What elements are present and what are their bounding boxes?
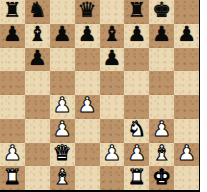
white-bishop-piece: ♝ — [152, 143, 171, 164]
square-e3[interactable] — [100, 119, 125, 143]
square-a7[interactable]: ♟ — [0, 24, 25, 48]
square-e2[interactable]: ♟ — [100, 143, 125, 167]
square-h6[interactable] — [174, 48, 199, 72]
white-pawn-piece: ♟ — [3, 143, 22, 164]
black-pawn-piece: ♟ — [28, 48, 47, 69]
black-pawn-piece: ♟ — [177, 24, 196, 45]
square-g8[interactable]: ♚ — [149, 0, 174, 24]
square-d7[interactable]: ♟ — [75, 24, 100, 48]
square-g3[interactable]: ♟ — [149, 119, 174, 143]
square-d2[interactable] — [75, 143, 100, 167]
black-pawn-piece: ♟ — [78, 24, 97, 45]
square-g7[interactable]: ♟ — [149, 24, 174, 48]
square-f3[interactable]: ♞ — [124, 119, 149, 143]
square-e6[interactable]: ♟ — [100, 48, 125, 72]
square-a1[interactable]: ♜ — [0, 166, 25, 190]
square-c3[interactable]: ♟ — [50, 119, 75, 143]
square-b8[interactable]: ♞ — [25, 0, 50, 24]
white-rook-piece: ♜ — [3, 167, 22, 188]
square-e5[interactable] — [100, 71, 125, 95]
square-h2[interactable]: ♟ — [174, 143, 199, 167]
square-f7[interactable]: ♟ — [124, 24, 149, 48]
square-a3[interactable] — [0, 119, 25, 143]
white-pawn-piece: ♟ — [127, 143, 146, 164]
square-h5[interactable] — [174, 71, 199, 95]
square-e4[interactable] — [100, 95, 125, 119]
black-pawn-piece: ♟ — [53, 24, 72, 45]
square-a4[interactable] — [0, 95, 25, 119]
white-bishop-piece: ♝ — [53, 167, 72, 188]
black-pawn-piece: ♟ — [127, 24, 146, 45]
square-c6[interactable] — [50, 48, 75, 72]
square-e7[interactable]: ♝ — [100, 24, 125, 48]
chess-board: ♜♞♛♜♚♟♝♟♟♝♟♟♟♟♟♟♟♟♞♟♟♛♟♟♝♟♜♝♜♚ — [0, 0, 200, 192]
square-f5[interactable] — [124, 71, 149, 95]
square-b5[interactable] — [25, 71, 50, 95]
square-f6[interactable] — [124, 48, 149, 72]
white-pawn-piece: ♟ — [177, 143, 196, 164]
white-king-piece: ♚ — [152, 167, 171, 188]
square-d5[interactable] — [75, 71, 100, 95]
square-g5[interactable] — [149, 71, 174, 95]
square-f4[interactable] — [124, 95, 149, 119]
chess-app-window: ♜♞♛♜♚♟♝♟♟♝♟♟♟♟♟♟♟♟♞♟♟♛♟♟♝♟♜♝♜♚ — [0, 0, 207, 192]
white-rook-piece: ♜ — [127, 167, 146, 188]
square-d6[interactable] — [75, 48, 100, 72]
square-d3[interactable] — [75, 119, 100, 143]
square-c4[interactable]: ♟ — [50, 95, 75, 119]
square-b4[interactable] — [25, 95, 50, 119]
square-a6[interactable] — [0, 48, 25, 72]
square-f8[interactable]: ♜ — [124, 0, 149, 24]
square-a2[interactable]: ♟ — [0, 143, 25, 167]
square-f1[interactable]: ♜ — [124, 166, 149, 190]
black-rook-piece: ♜ — [127, 0, 146, 21]
square-c1[interactable]: ♝ — [50, 166, 75, 190]
white-pawn-piece: ♟ — [103, 143, 122, 164]
white-pawn-piece: ♟ — [78, 95, 97, 116]
square-d8[interactable]: ♛ — [75, 0, 100, 24]
black-bishop-piece: ♝ — [103, 24, 122, 45]
black-pawn-piece: ♟ — [152, 24, 171, 45]
black-pawn-piece: ♟ — [3, 24, 22, 45]
square-h7[interactable]: ♟ — [174, 24, 199, 48]
square-b2[interactable] — [25, 143, 50, 167]
square-b3[interactable] — [25, 119, 50, 143]
white-queen-piece: ♛ — [53, 143, 72, 164]
black-king-piece: ♚ — [152, 0, 171, 21]
square-b1[interactable] — [25, 166, 50, 190]
square-f2[interactable]: ♟ — [124, 143, 149, 167]
square-e8[interactable] — [100, 0, 125, 24]
black-knight-piece: ♞ — [28, 0, 47, 21]
square-e1[interactable] — [100, 166, 125, 190]
square-g4[interactable] — [149, 95, 174, 119]
black-queen-piece: ♛ — [78, 0, 97, 21]
square-b6[interactable]: ♟ — [25, 48, 50, 72]
square-g2[interactable]: ♝ — [149, 143, 174, 167]
black-pawn-piece: ♟ — [103, 48, 122, 69]
square-h3[interactable] — [174, 119, 199, 143]
white-pawn-piece: ♟ — [152, 119, 171, 140]
square-c8[interactable] — [50, 0, 75, 24]
square-a8[interactable]: ♜ — [0, 0, 25, 24]
square-c7[interactable]: ♟ — [50, 24, 75, 48]
square-g6[interactable] — [149, 48, 174, 72]
square-g1[interactable]: ♚ — [149, 166, 174, 190]
square-d4[interactable]: ♟ — [75, 95, 100, 119]
white-pawn-piece: ♟ — [53, 95, 72, 116]
square-h1[interactable] — [174, 166, 199, 190]
white-knight-piece: ♞ — [127, 119, 146, 140]
square-d1[interactable] — [75, 166, 100, 190]
black-rook-piece: ♜ — [3, 0, 22, 21]
square-h4[interactable] — [174, 95, 199, 119]
square-h8[interactable] — [174, 0, 199, 24]
square-a5[interactable] — [0, 71, 25, 95]
black-bishop-piece: ♝ — [28, 24, 47, 45]
white-pawn-piece: ♟ — [53, 119, 72, 140]
square-c2[interactable]: ♛ — [50, 143, 75, 167]
square-b7[interactable]: ♝ — [25, 24, 50, 48]
square-c5[interactable] — [50, 71, 75, 95]
